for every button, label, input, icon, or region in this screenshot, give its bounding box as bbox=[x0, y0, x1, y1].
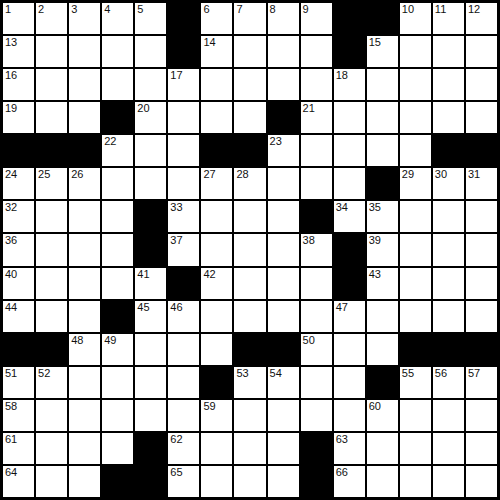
clue-number: 57 bbox=[468, 367, 480, 379]
cell-r1c9[interactable]: 8 bbox=[268, 3, 299, 34]
cell-r5c11[interactable] bbox=[334, 135, 365, 166]
cell-r1c7[interactable]: 6 bbox=[201, 3, 232, 34]
cell-r5c4[interactable]: 22 bbox=[102, 135, 133, 166]
block-cell-r5c14 bbox=[433, 135, 464, 166]
clue-number: 22 bbox=[104, 135, 116, 147]
clue-number: 49 bbox=[104, 334, 116, 346]
cell-r6c9[interactable] bbox=[268, 168, 299, 199]
cell-r13c14[interactable] bbox=[433, 400, 464, 431]
cell-r9c7[interactable]: 42 bbox=[201, 268, 232, 299]
cell-r1c15[interactable]: 12 bbox=[466, 3, 497, 34]
cell-r3c11[interactable]: 18 bbox=[334, 69, 365, 100]
clue-number: 31 bbox=[468, 168, 480, 180]
cell-r14c14[interactable] bbox=[433, 433, 464, 464]
cell-r13c6[interactable] bbox=[168, 400, 199, 431]
cell-r15c15[interactable] bbox=[466, 466, 497, 497]
block-cell-r6c12 bbox=[367, 168, 398, 199]
cell-r15c11[interactable]: 66 bbox=[334, 466, 365, 497]
cell-r3c4[interactable] bbox=[102, 69, 133, 100]
cell-r4c1[interactable]: 19 bbox=[3, 102, 34, 133]
block-cell-r1c11 bbox=[334, 3, 365, 34]
clue-number: 11 bbox=[435, 3, 446, 15]
cell-r13c13[interactable] bbox=[400, 400, 431, 431]
cell-r14c1[interactable]: 61 bbox=[3, 433, 34, 464]
cell-r2c3[interactable] bbox=[69, 36, 100, 67]
cell-r3c12[interactable] bbox=[367, 69, 398, 100]
cell-r14c13[interactable] bbox=[400, 433, 431, 464]
cell-r11c5[interactable] bbox=[135, 334, 166, 365]
cell-r5c6[interactable] bbox=[168, 135, 199, 166]
cell-r11c3[interactable]: 48 bbox=[69, 334, 100, 365]
cell-r6c3[interactable]: 26 bbox=[69, 168, 100, 199]
clue-number: 51 bbox=[5, 367, 17, 379]
block-cell-r5c1 bbox=[3, 135, 34, 166]
cell-r14c12[interactable] bbox=[367, 433, 398, 464]
block-cell-r4c4 bbox=[102, 102, 133, 133]
cell-r13c9[interactable] bbox=[268, 400, 299, 431]
cell-r4c8[interactable] bbox=[234, 102, 265, 133]
cell-r15c14[interactable] bbox=[433, 466, 464, 497]
clue-number: 9 bbox=[303, 3, 309, 15]
clue-number: 8 bbox=[270, 3, 276, 15]
clue-number: 26 bbox=[71, 168, 83, 180]
clue-number: 4 bbox=[104, 3, 110, 15]
cell-r11c7[interactable] bbox=[201, 334, 232, 365]
cell-r12c13[interactable]: 55 bbox=[400, 367, 431, 398]
clue-number: 24 bbox=[5, 168, 17, 180]
cell-r10c6[interactable]: 46 bbox=[168, 301, 199, 332]
cell-r11c11[interactable] bbox=[334, 334, 365, 365]
cell-r6c8[interactable]: 28 bbox=[234, 168, 265, 199]
cell-r2c7[interactable]: 14 bbox=[201, 36, 232, 67]
cell-r7c2[interactable] bbox=[36, 201, 67, 232]
cell-r9c10[interactable] bbox=[301, 268, 332, 299]
cell-r14c3[interactable] bbox=[69, 433, 100, 464]
cell-r10c8[interactable] bbox=[234, 301, 265, 332]
cell-r4c7[interactable] bbox=[201, 102, 232, 133]
cell-r9c9[interactable] bbox=[268, 268, 299, 299]
block-cell-r4c9 bbox=[268, 102, 299, 133]
clue-number: 44 bbox=[5, 301, 17, 313]
cell-r7c12[interactable]: 35 bbox=[367, 201, 398, 232]
cell-r10c10[interactable] bbox=[301, 301, 332, 332]
block-cell-r11c1 bbox=[3, 334, 34, 365]
cell-r13c7[interactable]: 59 bbox=[201, 400, 232, 431]
clue-number: 59 bbox=[203, 400, 215, 412]
cell-r10c15[interactable] bbox=[466, 301, 497, 332]
cell-r7c7[interactable] bbox=[201, 201, 232, 232]
cell-r8c14[interactable] bbox=[433, 234, 464, 265]
clue-number: 40 bbox=[5, 268, 17, 280]
cell-r15c7[interactable] bbox=[201, 466, 232, 497]
cell-r13c12[interactable]: 60 bbox=[367, 400, 398, 431]
cell-r12c10[interactable] bbox=[301, 367, 332, 398]
cell-r9c12[interactable]: 43 bbox=[367, 268, 398, 299]
cell-r1c13[interactable]: 10 bbox=[400, 3, 431, 34]
cell-r13c10[interactable] bbox=[301, 400, 332, 431]
cell-r7c14[interactable] bbox=[433, 201, 464, 232]
cell-r10c14[interactable] bbox=[433, 301, 464, 332]
clue-number: 10 bbox=[402, 3, 414, 15]
cell-r4c14[interactable] bbox=[433, 102, 464, 133]
cell-r2c13[interactable] bbox=[400, 36, 431, 67]
clue-number: 64 bbox=[5, 466, 17, 478]
block-cell-r9c11 bbox=[334, 268, 365, 299]
cell-r6c2[interactable]: 25 bbox=[36, 168, 67, 199]
cell-r10c5[interactable]: 45 bbox=[135, 301, 166, 332]
cell-r12c5[interactable] bbox=[135, 367, 166, 398]
cell-r8c15[interactable] bbox=[466, 234, 497, 265]
block-cell-r12c12 bbox=[367, 367, 398, 398]
cell-r9c2[interactable] bbox=[36, 268, 67, 299]
cell-r8c9[interactable] bbox=[268, 234, 299, 265]
block-cell-r5c2 bbox=[36, 135, 67, 166]
cell-r10c9[interactable] bbox=[268, 301, 299, 332]
cell-r6c1[interactable]: 24 bbox=[3, 168, 34, 199]
block-cell-r14c10 bbox=[301, 433, 332, 464]
clue-number: 47 bbox=[336, 301, 348, 313]
clue-number: 29 bbox=[402, 168, 414, 180]
cell-r4c15[interactable] bbox=[466, 102, 497, 133]
cell-r12c8[interactable]: 53 bbox=[234, 367, 265, 398]
cell-r7c11[interactable]: 34 bbox=[334, 201, 365, 232]
cell-r2c10[interactable] bbox=[301, 36, 332, 67]
block-cell-r11c15 bbox=[466, 334, 497, 365]
block-cell-r5c8 bbox=[234, 135, 265, 166]
clue-number: 39 bbox=[369, 234, 381, 246]
block-cell-r1c6 bbox=[168, 3, 199, 34]
cell-r14c11[interactable]: 63 bbox=[334, 433, 365, 464]
cell-r8c13[interactable] bbox=[400, 234, 431, 265]
cell-r10c12[interactable] bbox=[367, 301, 398, 332]
clue-number: 53 bbox=[236, 367, 248, 379]
cell-r3c3[interactable] bbox=[69, 69, 100, 100]
clue-number: 25 bbox=[38, 168, 50, 180]
cell-r9c3[interactable] bbox=[69, 268, 100, 299]
cell-r9c5[interactable]: 41 bbox=[135, 268, 166, 299]
cell-r12c15[interactable]: 57 bbox=[466, 367, 497, 398]
block-cell-r7c5 bbox=[135, 201, 166, 232]
clue-number: 32 bbox=[5, 201, 17, 213]
cell-r10c13[interactable] bbox=[400, 301, 431, 332]
cell-r10c2[interactable] bbox=[36, 301, 67, 332]
cell-r1c1[interactable]: 1 bbox=[3, 3, 34, 34]
cell-r6c4[interactable] bbox=[102, 168, 133, 199]
clue-number: 14 bbox=[203, 36, 215, 48]
cell-r12c11[interactable] bbox=[334, 367, 365, 398]
cell-r6c6[interactable] bbox=[168, 168, 199, 199]
clue-number: 38 bbox=[303, 234, 315, 246]
block-cell-r5c15 bbox=[466, 135, 497, 166]
cell-r10c11[interactable]: 47 bbox=[334, 301, 365, 332]
clue-number: 34 bbox=[336, 201, 348, 213]
cell-r9c8[interactable] bbox=[234, 268, 265, 299]
block-cell-r15c5 bbox=[135, 466, 166, 497]
cell-r4c6[interactable] bbox=[168, 102, 199, 133]
clue-number: 41 bbox=[137, 268, 149, 280]
cell-r6c10[interactable] bbox=[301, 168, 332, 199]
cell-r2c5[interactable] bbox=[135, 36, 166, 67]
cell-r1c8[interactable]: 7 bbox=[234, 3, 265, 34]
cell-r13c2[interactable] bbox=[36, 400, 67, 431]
cell-r15c3[interactable] bbox=[69, 466, 100, 497]
clue-number: 55 bbox=[402, 367, 414, 379]
cell-r3c9[interactable] bbox=[268, 69, 299, 100]
clue-number: 37 bbox=[170, 234, 182, 246]
cell-r3c14[interactable] bbox=[433, 69, 464, 100]
block-cell-r7c10 bbox=[301, 201, 332, 232]
clue-number: 2 bbox=[38, 3, 44, 15]
block-cell-r15c4 bbox=[102, 466, 133, 497]
cell-r2c15[interactable] bbox=[466, 36, 497, 67]
clue-number: 27 bbox=[203, 168, 215, 180]
block-cell-r14c5 bbox=[135, 433, 166, 464]
cell-r3c2[interactable] bbox=[36, 69, 67, 100]
cell-r13c3[interactable] bbox=[69, 400, 100, 431]
cell-r7c13[interactable] bbox=[400, 201, 431, 232]
cell-r7c1[interactable]: 32 bbox=[3, 201, 34, 232]
cell-r3c5[interactable] bbox=[135, 69, 166, 100]
cell-r1c5[interactable]: 5 bbox=[135, 3, 166, 34]
cell-r8c3[interactable] bbox=[69, 234, 100, 265]
cell-r12c4[interactable] bbox=[102, 367, 133, 398]
block-cell-r10c4 bbox=[102, 301, 133, 332]
cell-r2c9[interactable] bbox=[268, 36, 299, 67]
cell-r15c1[interactable]: 64 bbox=[3, 466, 34, 497]
cell-r3c1[interactable]: 16 bbox=[3, 69, 34, 100]
cell-r2c8[interactable] bbox=[234, 36, 265, 67]
cell-r15c12[interactable] bbox=[367, 466, 398, 497]
clue-number: 3 bbox=[71, 3, 77, 15]
cell-r5c12[interactable] bbox=[367, 135, 398, 166]
block-cell-r15c10 bbox=[301, 466, 332, 497]
cell-r3c10[interactable] bbox=[301, 69, 332, 100]
cell-r6c5[interactable] bbox=[135, 168, 166, 199]
cell-r13c5[interactable] bbox=[135, 400, 166, 431]
cell-r4c2[interactable] bbox=[36, 102, 67, 133]
cell-r15c2[interactable] bbox=[36, 466, 67, 497]
cell-r9c13[interactable] bbox=[400, 268, 431, 299]
clue-number: 45 bbox=[137, 301, 149, 313]
clue-number: 63 bbox=[336, 433, 348, 445]
cell-r14c2[interactable] bbox=[36, 433, 67, 464]
cell-r13c4[interactable] bbox=[102, 400, 133, 431]
cell-r11c12[interactable] bbox=[367, 334, 398, 365]
cell-r8c4[interactable] bbox=[102, 234, 133, 265]
block-cell-r11c13 bbox=[400, 334, 431, 365]
cell-r6c14[interactable]: 30 bbox=[433, 168, 464, 199]
cell-r5c10[interactable] bbox=[301, 135, 332, 166]
cell-r15c6[interactable]: 65 bbox=[168, 466, 199, 497]
clue-number: 7 bbox=[236, 3, 242, 15]
cell-r14c7[interactable] bbox=[201, 433, 232, 464]
cell-r7c8[interactable] bbox=[234, 201, 265, 232]
cell-r2c4[interactable] bbox=[102, 36, 133, 67]
cell-r6c11[interactable] bbox=[334, 168, 365, 199]
block-cell-r9c6 bbox=[168, 268, 199, 299]
cell-r2c1[interactable]: 13 bbox=[3, 36, 34, 67]
clue-number: 19 bbox=[5, 102, 17, 114]
block-cell-r11c14 bbox=[433, 334, 464, 365]
cell-r9c15[interactable] bbox=[466, 268, 497, 299]
clue-number: 16 bbox=[5, 69, 17, 81]
clue-number: 33 bbox=[170, 201, 182, 213]
cell-r11c6[interactable] bbox=[168, 334, 199, 365]
cell-r4c10[interactable]: 21 bbox=[301, 102, 332, 133]
cell-r8c8[interactable] bbox=[234, 234, 265, 265]
block-cell-r5c3 bbox=[69, 135, 100, 166]
cell-r14c9[interactable] bbox=[268, 433, 299, 464]
clue-number: 13 bbox=[5, 36, 17, 48]
clue-number: 60 bbox=[369, 400, 381, 412]
cell-r7c4[interactable] bbox=[102, 201, 133, 232]
cell-r3c7[interactable] bbox=[201, 69, 232, 100]
clue-number: 18 bbox=[336, 69, 348, 81]
clue-number: 50 bbox=[303, 334, 315, 346]
clue-number: 36 bbox=[5, 234, 17, 246]
cell-r10c7[interactable] bbox=[201, 301, 232, 332]
clue-number: 46 bbox=[170, 301, 182, 313]
clue-number: 52 bbox=[38, 367, 50, 379]
cell-r1c2[interactable]: 2 bbox=[36, 3, 67, 34]
cell-r7c3[interactable] bbox=[69, 201, 100, 232]
block-cell-r1c12 bbox=[367, 3, 398, 34]
cell-r1c4[interactable]: 4 bbox=[102, 3, 133, 34]
clue-number: 35 bbox=[369, 201, 381, 213]
cell-r4c13[interactable] bbox=[400, 102, 431, 133]
cell-r14c15[interactable] bbox=[466, 433, 497, 464]
cell-r12c14[interactable]: 56 bbox=[433, 367, 464, 398]
cell-r6c15[interactable]: 31 bbox=[466, 168, 497, 199]
block-cell-r8c5 bbox=[135, 234, 166, 265]
cell-r10c1[interactable]: 44 bbox=[3, 301, 34, 332]
cell-r12c2[interactable]: 52 bbox=[36, 367, 67, 398]
clue-number: 6 bbox=[203, 3, 209, 15]
clue-number: 42 bbox=[203, 268, 215, 280]
cell-r8c1[interactable]: 36 bbox=[3, 234, 34, 265]
cell-r4c3[interactable] bbox=[69, 102, 100, 133]
clue-number: 48 bbox=[71, 334, 83, 346]
cell-r6c13[interactable]: 29 bbox=[400, 168, 431, 199]
block-cell-r8c11 bbox=[334, 234, 365, 265]
block-cell-r5c7 bbox=[201, 135, 232, 166]
clue-number: 30 bbox=[435, 168, 447, 180]
cell-r8c10[interactable]: 38 bbox=[301, 234, 332, 265]
clue-number: 65 bbox=[170, 466, 182, 478]
block-cell-r11c2 bbox=[36, 334, 67, 365]
cell-r4c12[interactable] bbox=[367, 102, 398, 133]
cell-r8c2[interactable] bbox=[36, 234, 67, 265]
cell-r3c8[interactable] bbox=[234, 69, 265, 100]
clue-number: 61 bbox=[5, 433, 17, 445]
cell-r1c14[interactable]: 11 bbox=[433, 3, 464, 34]
clue-number: 58 bbox=[5, 400, 17, 412]
cell-r2c2[interactable] bbox=[36, 36, 67, 67]
clue-number: 43 bbox=[369, 268, 381, 280]
clue-number: 54 bbox=[270, 367, 282, 379]
cell-r14c8[interactable] bbox=[234, 433, 265, 464]
cell-r11c10[interactable]: 50 bbox=[301, 334, 332, 365]
cell-r15c13[interactable] bbox=[400, 466, 431, 497]
block-cell-r12c7 bbox=[201, 367, 232, 398]
clue-number: 62 bbox=[170, 433, 182, 445]
clue-number: 17 bbox=[170, 69, 182, 81]
cell-r8c7[interactable] bbox=[201, 234, 232, 265]
cell-r4c11[interactable] bbox=[334, 102, 365, 133]
cell-r9c1[interactable]: 40 bbox=[3, 268, 34, 299]
cell-r12c1[interactable]: 51 bbox=[3, 367, 34, 398]
clue-number: 1 bbox=[5, 3, 11, 15]
cell-r7c15[interactable] bbox=[466, 201, 497, 232]
clue-number: 23 bbox=[270, 135, 282, 147]
block-cell-r2c6 bbox=[168, 36, 199, 67]
block-cell-r11c8 bbox=[234, 334, 265, 365]
cell-r14c6[interactable]: 62 bbox=[168, 433, 199, 464]
cell-r7c6[interactable]: 33 bbox=[168, 201, 199, 232]
clue-number: 28 bbox=[236, 168, 248, 180]
cell-r5c13[interactable] bbox=[400, 135, 431, 166]
cell-r11c4[interactable]: 49 bbox=[102, 334, 133, 365]
cell-r3c6[interactable]: 17 bbox=[168, 69, 199, 100]
crossword-grid: 1234567891011121314151617181920212223242… bbox=[0, 0, 500, 500]
block-cell-r2c11 bbox=[334, 36, 365, 67]
cell-r4c5[interactable]: 20 bbox=[135, 102, 166, 133]
cell-r15c8[interactable] bbox=[234, 466, 265, 497]
clue-number: 20 bbox=[137, 102, 149, 114]
clue-number: 56 bbox=[435, 367, 447, 379]
clue-number: 12 bbox=[468, 3, 480, 15]
cell-r3c13[interactable] bbox=[400, 69, 431, 100]
clue-number: 15 bbox=[369, 36, 381, 48]
cell-r12c6[interactable] bbox=[168, 367, 199, 398]
clue-number: 21 bbox=[303, 102, 315, 114]
cell-r8c12[interactable]: 39 bbox=[367, 234, 398, 265]
cell-r9c4[interactable] bbox=[102, 268, 133, 299]
cell-r2c12[interactable]: 15 bbox=[367, 36, 398, 67]
cell-r2c14[interactable] bbox=[433, 36, 464, 67]
cell-r10c3[interactable] bbox=[69, 301, 100, 332]
cell-r1c3[interactable]: 3 bbox=[69, 3, 100, 34]
cell-r7c9[interactable] bbox=[268, 201, 299, 232]
cell-r5c5[interactable] bbox=[135, 135, 166, 166]
cell-r15c9[interactable] bbox=[268, 466, 299, 497]
cell-r5c9[interactable]: 23 bbox=[268, 135, 299, 166]
cell-r12c9[interactable]: 54 bbox=[268, 367, 299, 398]
cell-r13c8[interactable] bbox=[234, 400, 265, 431]
cell-r9c14[interactable] bbox=[433, 268, 464, 299]
cell-r12c3[interactable] bbox=[69, 367, 100, 398]
cell-r8c6[interactable]: 37 bbox=[168, 234, 199, 265]
cell-r6c7[interactable]: 27 bbox=[201, 168, 232, 199]
cell-r13c1[interactable]: 58 bbox=[3, 400, 34, 431]
cell-r13c11[interactable] bbox=[334, 400, 365, 431]
cell-r13c15[interactable] bbox=[466, 400, 497, 431]
cell-r3c15[interactable] bbox=[466, 69, 497, 100]
cell-r14c4[interactable] bbox=[102, 433, 133, 464]
clue-number: 5 bbox=[137, 3, 143, 15]
clue-number: 66 bbox=[336, 466, 348, 478]
cell-r1c10[interactable]: 9 bbox=[301, 3, 332, 34]
block-cell-r11c9 bbox=[268, 334, 299, 365]
